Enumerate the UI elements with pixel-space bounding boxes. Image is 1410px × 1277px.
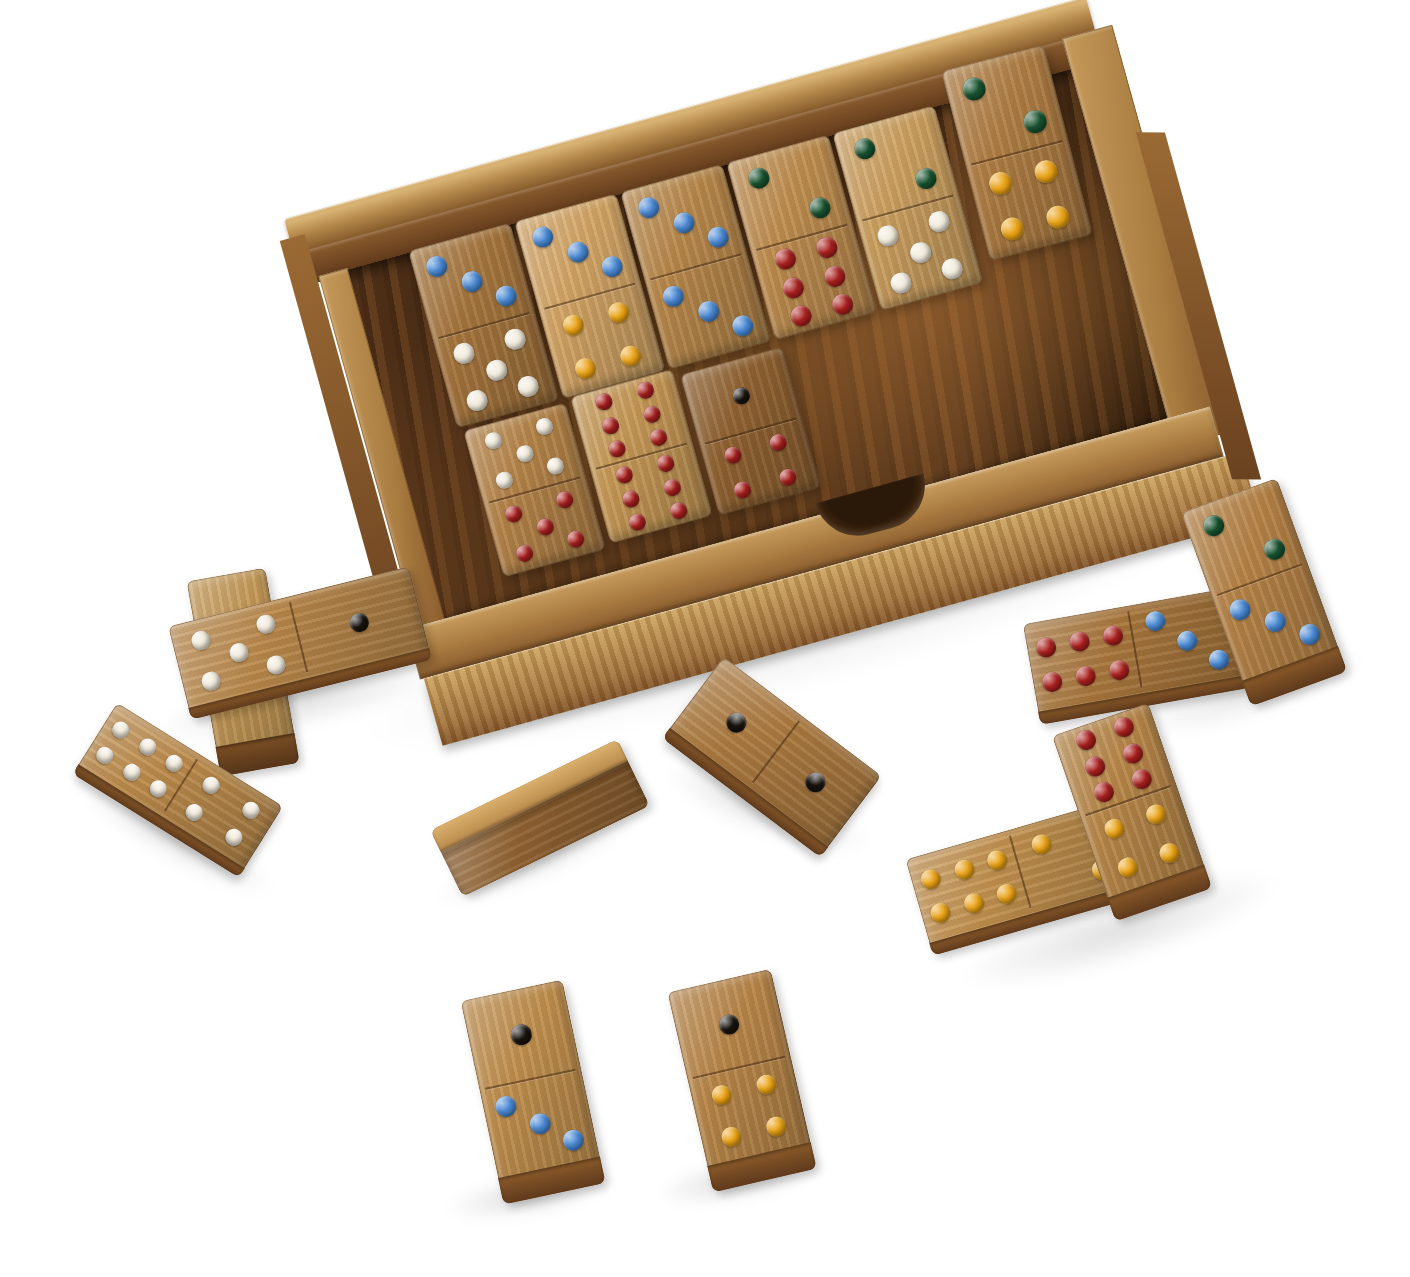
domino-1-3[interactable] (461, 979, 606, 1204)
red-pip (1082, 754, 1107, 779)
white-pip (109, 718, 132, 741)
white-pip (484, 357, 510, 383)
white-pip (464, 388, 490, 414)
blue-pip (1226, 596, 1253, 623)
red-pip (503, 503, 524, 524)
red-pip (514, 543, 535, 564)
red-pip (722, 445, 743, 466)
white-pip (199, 774, 222, 797)
red-pip (732, 479, 753, 500)
red-pip (773, 246, 799, 272)
white-pip (926, 209, 952, 235)
blue-pip (424, 254, 450, 280)
white-pip (265, 653, 288, 676)
white-pip (162, 752, 185, 775)
yellow-pip (1032, 158, 1060, 186)
white-pip (239, 798, 262, 821)
red-pip (635, 380, 656, 401)
yellow-pip (1044, 203, 1072, 231)
white-pip (120, 761, 143, 784)
white-pip (189, 629, 212, 652)
yellow-pip (710, 1082, 734, 1106)
red-pip (642, 404, 663, 425)
white-pip (888, 270, 914, 296)
red-pip (1120, 741, 1145, 766)
red-pip (788, 303, 814, 329)
domino-storage-box (307, 25, 1213, 694)
white-pip (515, 374, 541, 400)
yellow-pip (918, 867, 943, 892)
red-pip (1129, 766, 1154, 791)
black-pip (348, 611, 371, 634)
white-pip (254, 613, 277, 636)
green-pip (960, 75, 988, 103)
blue-pip (1207, 648, 1230, 671)
yellow-pip (719, 1124, 743, 1148)
white-pip (222, 826, 245, 849)
white-pip (93, 744, 116, 767)
yellow-pip (987, 169, 1015, 197)
yellow-pip (755, 1072, 779, 1096)
white-pip (227, 641, 250, 664)
yellow-pip (606, 300, 632, 326)
domino-photo-scene (0, 0, 1410, 1277)
white-pip (534, 416, 555, 437)
green-pip (807, 195, 833, 221)
red-pip (781, 275, 807, 301)
red-pip (565, 529, 586, 550)
yellow-pip (985, 848, 1010, 873)
red-pip (1074, 664, 1097, 687)
blue-pip (636, 195, 662, 221)
white-pip (494, 470, 515, 491)
green-pip (1200, 512, 1227, 539)
red-pip (554, 489, 575, 510)
yellow-pip (1143, 801, 1168, 826)
black-pip (717, 1012, 741, 1036)
white-pip (875, 223, 901, 249)
blue-pip (705, 224, 731, 250)
blue-pip (565, 239, 591, 265)
block-side[interactable] (430, 739, 649, 897)
blue-pip (493, 1094, 518, 1119)
yellow-pip (1029, 832, 1054, 857)
red-pip (1068, 630, 1091, 653)
blue-pip (1144, 610, 1167, 633)
red-pip (621, 489, 642, 510)
white-pip (136, 735, 159, 758)
yellow-pip (952, 857, 977, 882)
green-pip (1261, 536, 1288, 563)
domino-1-4[interactable] (667, 968, 816, 1192)
white-pip (545, 456, 566, 477)
red-pip (1111, 714, 1136, 739)
yellow-pip (618, 343, 644, 369)
blue-pip (561, 1127, 586, 1152)
yellow-pip (998, 215, 1026, 243)
yellow-pip (1115, 854, 1140, 879)
red-pip (1091, 779, 1116, 804)
white-pip (939, 256, 965, 282)
red-pip (648, 427, 669, 448)
yellow-pip (1157, 840, 1182, 865)
red-pip (768, 432, 789, 453)
red-pip (1041, 670, 1064, 693)
red-pip (607, 438, 628, 459)
red-pip (777, 467, 798, 488)
blue-pip (1296, 620, 1323, 647)
red-pip (594, 391, 615, 412)
red-pip (600, 415, 621, 436)
yellow-pip (1102, 815, 1127, 840)
black-pip (722, 709, 750, 737)
white-pip (146, 777, 169, 800)
yellow-pip (962, 891, 987, 916)
red-pip (830, 291, 856, 317)
red-pip (1108, 659, 1131, 682)
yellow-pip (572, 356, 598, 382)
white-pip (451, 340, 477, 366)
blue-pip (660, 283, 686, 309)
white-pip (502, 326, 528, 352)
yellow-pip (928, 900, 953, 925)
red-pip (627, 512, 648, 533)
red-pip (535, 516, 556, 537)
red-pip (1102, 624, 1125, 647)
yellow-pip (764, 1114, 788, 1138)
blue-pip (696, 299, 722, 325)
red-pip (662, 477, 683, 498)
domino-1-1[interactable] (662, 657, 882, 858)
blue-pip (599, 254, 625, 280)
yellow-pip (994, 881, 1019, 906)
white-pip (200, 670, 223, 693)
white-pip (483, 430, 504, 451)
black-pip (802, 768, 830, 796)
red-pip (614, 464, 635, 485)
black-pip (509, 1022, 534, 1047)
blue-pip (671, 210, 697, 236)
red-pip (655, 453, 676, 474)
green-pip (746, 165, 772, 191)
blue-pip (493, 283, 519, 309)
red-pip (1035, 636, 1058, 659)
blue-pip (1176, 629, 1199, 652)
white-pip (908, 240, 934, 266)
green-pip (852, 136, 878, 162)
green-pip (913, 166, 939, 192)
red-pip (668, 500, 689, 521)
white-pip (515, 443, 536, 464)
blue-pip (1262, 608, 1289, 635)
black-pip (731, 385, 752, 406)
blue-pip (530, 224, 556, 250)
green-pip (1021, 108, 1049, 136)
red-pip (814, 235, 840, 261)
blue-pip (459, 269, 485, 295)
red-pip (822, 264, 848, 290)
red-pip (1073, 727, 1098, 752)
blue-pip (528, 1111, 553, 1136)
yellow-pip (560, 312, 586, 338)
white-pip (182, 801, 205, 824)
blue-pip (730, 313, 756, 339)
